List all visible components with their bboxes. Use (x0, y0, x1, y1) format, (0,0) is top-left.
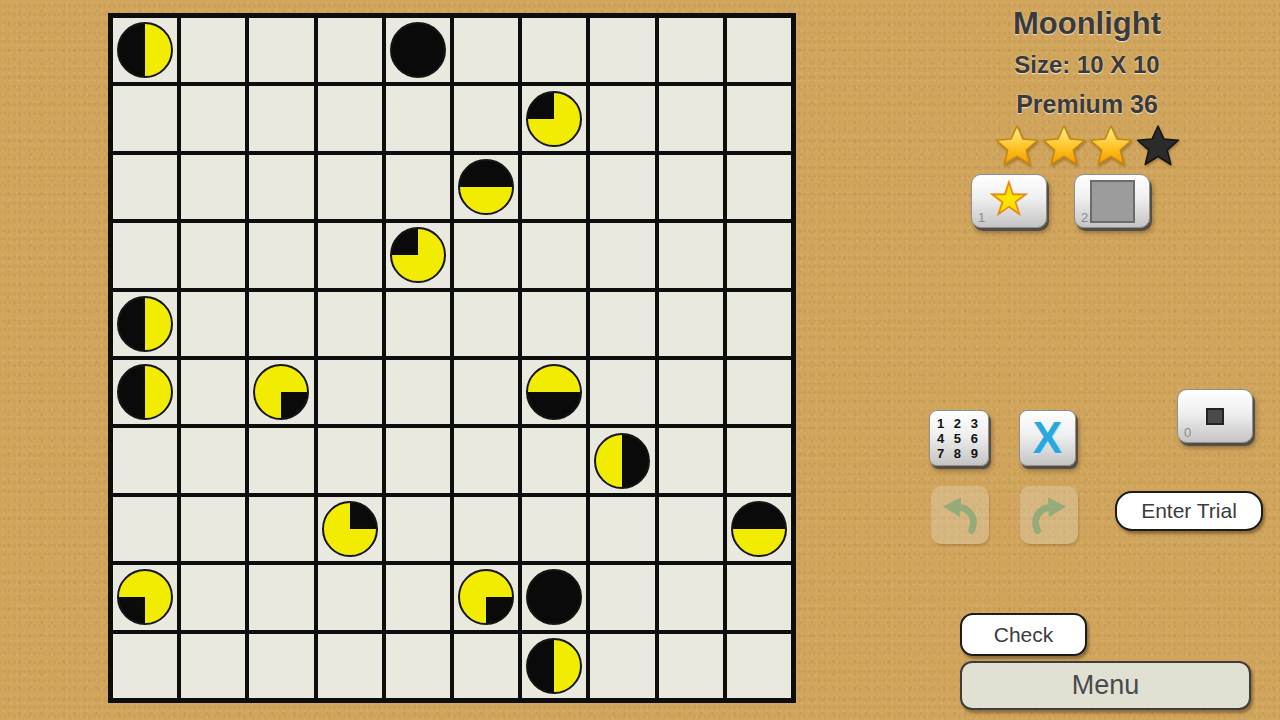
moon-piece-quarter-bl (117, 569, 173, 625)
cell-2-9[interactable] (727, 155, 791, 219)
cell-9-3[interactable] (318, 634, 382, 698)
mode-button-moon[interactable]: 1 ★ (971, 174, 1047, 228)
cell-5-9[interactable] (727, 360, 791, 424)
cell-5-8[interactable] (659, 360, 723, 424)
cell-8-0[interactable] (113, 565, 177, 629)
cell-8-5[interactable] (454, 565, 518, 629)
cell-0-5[interactable] (454, 18, 518, 82)
moonlight-game-screen: { "game": "Moonlight — moon-phase placem… (0, 0, 1280, 720)
cell-1-3[interactable] (318, 86, 382, 150)
numpad-row: 1 2 3 (937, 416, 981, 431)
star-icon-gold (1088, 124, 1134, 168)
cell-8-6[interactable] (522, 565, 586, 629)
cell-5-5[interactable] (454, 360, 518, 424)
cell-0-2[interactable] (249, 18, 313, 82)
cell-8-7[interactable] (590, 565, 654, 629)
moon-piece-quarter-tl (390, 227, 446, 283)
cell-9-5[interactable] (454, 634, 518, 698)
puzzle-board (108, 13, 796, 703)
cell-1-4[interactable] (386, 86, 450, 150)
cell-2-8[interactable] (659, 155, 723, 219)
cell-4-9[interactable] (727, 292, 791, 356)
cell-1-8[interactable] (659, 86, 723, 150)
menu-button[interactable]: Menu (960, 661, 1251, 710)
cell-0-0[interactable] (113, 18, 177, 82)
cell-8-3[interactable] (318, 565, 382, 629)
zero-button-key: 0 (1184, 425, 1191, 440)
cell-3-9[interactable] (727, 223, 791, 287)
cell-1-1[interactable] (181, 86, 245, 150)
cell-0-9[interactable] (727, 18, 791, 82)
moon-piece-quarter-tl (526, 91, 582, 147)
page-title: Moonlight (932, 6, 1242, 42)
cell-5-6[interactable] (522, 360, 586, 424)
board-size-label: Size: 10 X 10 (932, 51, 1242, 79)
moon-piece-quarter-tr (322, 501, 378, 557)
cell-3-7[interactable] (590, 223, 654, 287)
cell-7-9[interactable] (727, 497, 791, 561)
cell-5-4[interactable] (386, 360, 450, 424)
cell-1-0[interactable] (113, 86, 177, 150)
cell-4-7[interactable] (590, 292, 654, 356)
undo-button[interactable] (931, 486, 989, 544)
cell-3-6[interactable] (522, 223, 586, 287)
cell-6-7[interactable] (590, 428, 654, 492)
menu-label: Menu (1072, 670, 1140, 701)
moon-piece-full (390, 22, 446, 78)
cell-3-4[interactable] (386, 223, 450, 287)
cell-6-6[interactable] (522, 428, 586, 492)
redo-arrow-icon (1028, 494, 1070, 536)
numpad-row: 7 8 9 (937, 446, 981, 461)
small-square-icon (1206, 408, 1224, 425)
cell-3-8[interactable] (659, 223, 723, 287)
cell-7-3[interactable] (318, 497, 382, 561)
cell-3-5[interactable] (454, 223, 518, 287)
moon-piece-quarter-br (253, 364, 309, 420)
cell-4-8[interactable] (659, 292, 723, 356)
star-icon-gold (994, 124, 1040, 168)
undo-arrow-icon (939, 494, 981, 536)
star-icon-dark (1135, 124, 1181, 168)
cell-6-5[interactable] (454, 428, 518, 492)
cell-2-4[interactable] (386, 155, 450, 219)
check-button[interactable]: Check (960, 613, 1087, 656)
cell-2-0[interactable] (113, 155, 177, 219)
cell-9-0[interactable] (113, 634, 177, 698)
mode-button-square[interactable]: 2 (1074, 174, 1150, 228)
cell-2-7[interactable] (590, 155, 654, 219)
cell-2-2[interactable] (249, 155, 313, 219)
cell-9-4[interactable] (386, 634, 450, 698)
cell-4-2[interactable] (249, 292, 313, 356)
cell-2-3[interactable] (318, 155, 382, 219)
cell-7-7[interactable] (590, 497, 654, 561)
check-label: Check (994, 623, 1054, 647)
cell-6-8[interactable] (659, 428, 723, 492)
cell-7-1[interactable] (181, 497, 245, 561)
cell-0-8[interactable] (659, 18, 723, 82)
moon-piece-half-top (731, 501, 787, 557)
cell-3-3[interactable] (318, 223, 382, 287)
erase-x-button[interactable]: X (1019, 410, 1076, 466)
star-icon: ★ (989, 177, 1028, 221)
cell-0-7[interactable] (590, 18, 654, 82)
cell-9-9[interactable] (727, 634, 791, 698)
cell-6-3[interactable] (318, 428, 382, 492)
mode-button-key: 2 (1081, 210, 1088, 225)
cell-3-0[interactable] (113, 223, 177, 287)
cell-0-6[interactable] (522, 18, 586, 82)
cell-1-2[interactable] (249, 86, 313, 150)
moon-piece-half-left (526, 638, 582, 694)
cell-4-5[interactable] (454, 292, 518, 356)
cell-8-1[interactable] (181, 565, 245, 629)
cell-8-2[interactable] (249, 565, 313, 629)
cell-1-7[interactable] (590, 86, 654, 150)
cell-7-6[interactable] (522, 497, 586, 561)
moon-piece-half-right (594, 433, 650, 489)
enter-trial-button[interactable]: Enter Trial (1115, 491, 1263, 531)
cell-6-4[interactable] (386, 428, 450, 492)
mode-button-key: 1 (978, 210, 985, 225)
cell-0-4[interactable] (386, 18, 450, 82)
cell-7-2[interactable] (249, 497, 313, 561)
cell-7-8[interactable] (659, 497, 723, 561)
cell-9-6[interactable] (522, 634, 586, 698)
cell-2-1[interactable] (181, 155, 245, 219)
cell-5-1[interactable] (181, 360, 245, 424)
cell-4-1[interactable] (181, 292, 245, 356)
moon-piece-half-left (117, 22, 173, 78)
cell-3-1[interactable] (181, 223, 245, 287)
cell-6-1[interactable] (181, 428, 245, 492)
moon-piece-half-left (117, 296, 173, 352)
cell-4-3[interactable] (318, 292, 382, 356)
cell-9-2[interactable] (249, 634, 313, 698)
x-icon: X (1033, 416, 1062, 460)
moon-piece-full (526, 569, 582, 625)
square-icon (1090, 180, 1135, 223)
moon-piece-quarter-br (458, 569, 514, 625)
cell-1-9[interactable] (727, 86, 791, 150)
numpad-button[interactable]: 1 2 3 4 5 6 7 8 9 (929, 410, 989, 466)
moon-piece-half-bottom (526, 364, 582, 420)
cell-8-8[interactable] (659, 565, 723, 629)
numpad-row: 4 5 6 (937, 431, 981, 446)
redo-button[interactable] (1020, 486, 1078, 544)
zero-mark-button[interactable]: 0 (1177, 389, 1253, 443)
cell-4-0[interactable] (113, 292, 177, 356)
cell-8-4[interactable] (386, 565, 450, 629)
cell-4-6[interactable] (522, 292, 586, 356)
enter-trial-label: Enter Trial (1141, 499, 1237, 523)
cell-7-5[interactable] (454, 497, 518, 561)
cell-5-3[interactable] (318, 360, 382, 424)
cell-4-4[interactable] (386, 292, 450, 356)
cell-6-9[interactable] (727, 428, 791, 492)
cell-0-1[interactable] (181, 18, 245, 82)
cell-5-2[interactable] (249, 360, 313, 424)
cell-6-2[interactable] (249, 428, 313, 492)
cell-1-5[interactable] (454, 86, 518, 150)
cell-9-1[interactable] (181, 634, 245, 698)
moon-piece-half-left (117, 364, 173, 420)
level-label: Premium 36 (932, 90, 1242, 119)
cell-7-0[interactable] (113, 497, 177, 561)
cell-2-5[interactable] (454, 155, 518, 219)
cell-9-7[interactable] (590, 634, 654, 698)
cell-3-2[interactable] (249, 223, 313, 287)
cell-8-9[interactable] (727, 565, 791, 629)
cell-2-6[interactable] (522, 155, 586, 219)
cell-1-6[interactable] (522, 86, 586, 150)
cell-6-0[interactable] (113, 428, 177, 492)
star-rating (932, 124, 1242, 168)
cell-9-8[interactable] (659, 634, 723, 698)
cell-7-4[interactable] (386, 497, 450, 561)
moon-piece-half-top (458, 159, 514, 215)
cell-0-3[interactable] (318, 18, 382, 82)
cell-5-0[interactable] (113, 360, 177, 424)
star-icon-gold (1041, 124, 1087, 168)
cell-5-7[interactable] (590, 360, 654, 424)
